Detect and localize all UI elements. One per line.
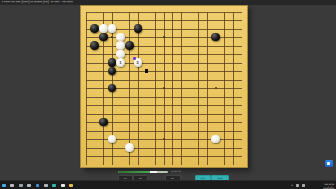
stone-black: [99, 118, 108, 127]
window-title: ▪ ▪▪▪▪▪·▪▪▪ ▪▪▪▪ (▪▪▪▪▪) ▪▪ ▪▪▪▪▪▪▪ (▪▪▪…: [2, 0, 73, 3]
clock-time: ▪▪▪ ▪▪:▪▪: [324, 183, 335, 184]
game-progress-bar[interactable]: [118, 171, 168, 174]
app-icon-3[interactable]: [27, 184, 31, 188]
stone-white: 1: [116, 58, 125, 67]
stone-black: [108, 58, 117, 67]
stone-white: [108, 135, 117, 144]
stone-white: [108, 24, 117, 33]
stone-black: [108, 84, 117, 93]
widget-glyph-icon: [327, 162, 330, 165]
star-point: [111, 36, 113, 38]
move-number-label: 3: [137, 60, 139, 64]
app-icon-4[interactable]: [36, 184, 40, 188]
stone-black: [134, 24, 143, 33]
system-tray[interactable]: ^ ▪▪▪ ▪▪:▪▪ ▪▪▪▪/▪▪/▪▪: [290, 181, 335, 189]
tray-caret-icon[interactable]: ^: [291, 183, 293, 187]
progress-handle[interactable]: [150, 171, 157, 174]
app-icon-2[interactable]: [19, 184, 23, 188]
black-square-mark: [145, 69, 148, 72]
app-icon-8[interactable]: [69, 184, 73, 188]
board-grid: 13: [86, 12, 242, 166]
clock-date: ▪▪▪▪/▪▪/▪▪: [324, 187, 335, 188]
tray-clock[interactable]: ▪▪▪ ▪▪:▪▪ ▪▪▪▪/▪▪/▪▪: [307, 182, 334, 189]
stone-black: [90, 41, 99, 50]
move-number-label: 1: [119, 60, 121, 64]
star-point: [163, 138, 165, 140]
move-counter: ▪▪ ▪▪▪·▪▪: [171, 170, 181, 173]
stone-white: [116, 50, 125, 59]
app-icon-1[interactable]: [10, 184, 14, 188]
app-icon-6[interactable]: [52, 184, 56, 188]
stone-white: [125, 143, 134, 152]
stone-black: [125, 41, 134, 50]
stone-black: [211, 33, 220, 42]
stone-white: [99, 24, 108, 33]
star-point: [163, 36, 165, 38]
floating-widget[interactable]: [325, 160, 333, 167]
star-point: [163, 87, 165, 89]
start-icon[interactable]: [2, 184, 6, 188]
stone-white: [116, 41, 125, 50]
taskbar-apps: [2, 181, 73, 189]
star-point: [215, 87, 217, 89]
stone-black: [108, 67, 117, 76]
stone-black: [90, 24, 99, 33]
app-icon-5[interactable]: [44, 184, 48, 188]
network-icon[interactable]: [296, 184, 299, 187]
progress-fill: [118, 171, 150, 174]
purple-move-marker: [133, 57, 135, 59]
stone-white: [211, 135, 220, 144]
app-icon-7[interactable]: [61, 184, 65, 188]
go-board[interactable]: 13: [80, 5, 248, 169]
desktop: ▪ ▪▪▪▪▪·▪▪▪ ▪▪▪▪ (▪▪▪▪▪) ▪▪ ▪▪▪▪▪▪▪ (▪▪▪…: [0, 0, 336, 189]
stone-black: [99, 33, 108, 42]
stone-white: [116, 33, 125, 42]
taskbar: ^ ▪▪▪ ▪▪:▪▪ ▪▪▪▪/▪▪/▪▪: [0, 180, 336, 189]
volume-icon[interactable]: [302, 184, 305, 187]
